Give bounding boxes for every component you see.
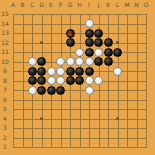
white-stone-H11 <box>75 48 84 57</box>
black-stone-C8 <box>28 76 37 85</box>
star-point-L12 <box>116 41 119 44</box>
black-stone-C9 <box>28 67 37 76</box>
star-point-L4 <box>116 117 119 120</box>
black-stone-D10 <box>37 57 46 66</box>
black-stone-G8 <box>66 76 75 85</box>
col-label-L: L <box>113 1 123 9</box>
black-stone-I9 <box>85 67 94 76</box>
black-stone-E7 <box>47 86 56 95</box>
black-stone-F7 <box>56 86 65 95</box>
white-stone-G10 <box>66 57 75 66</box>
black-stone-D9 <box>37 67 46 76</box>
white-stone-F8 <box>56 76 65 85</box>
row-label-6: 6 <box>0 96 10 104</box>
col-label-O: O <box>141 1 151 9</box>
black-stone-K10 <box>104 57 113 66</box>
white-stone-E9 <box>47 67 56 76</box>
black-stone-H9 <box>75 67 84 76</box>
col-label-J: J <box>94 1 104 9</box>
last-move-triangle-icon <box>67 31 73 36</box>
black-stone-I12 <box>85 38 94 47</box>
black-stone-I13 <box>85 29 94 38</box>
black-stone-D8 <box>37 76 46 85</box>
white-stone-L9 <box>113 67 122 76</box>
row-label-13: 13 <box>0 29 10 37</box>
white-stone-F10 <box>56 57 65 66</box>
row-label-9: 9 <box>0 67 10 75</box>
col-label-I: I <box>84 1 94 9</box>
col-label-A: A <box>8 1 18 9</box>
white-stone-I10 <box>85 57 94 66</box>
row-label-10: 10 <box>0 58 10 66</box>
goban[interactable]: ABCDEFGHIJKLMNO 151413121110987654321 <box>0 0 155 155</box>
row-label-11: 11 <box>0 48 10 56</box>
col-label-H: H <box>75 1 85 9</box>
black-stone-J13 <box>94 29 103 38</box>
col-label-N: N <box>132 1 142 9</box>
row-label-14: 14 <box>0 20 10 28</box>
row-label-1: 1 <box>0 143 10 151</box>
black-stone-G12 <box>66 38 75 47</box>
white-stone-I7 <box>85 86 94 95</box>
white-stone-J8 <box>94 76 103 85</box>
star-point-D4 <box>40 117 43 120</box>
black-stone-H8 <box>75 76 84 85</box>
white-stone-E8 <box>47 76 56 85</box>
col-label-K: K <box>103 1 113 9</box>
row-label-7: 7 <box>0 86 10 94</box>
white-stone-F9 <box>56 67 65 76</box>
white-stone-H10 <box>75 57 84 66</box>
row-label-2: 2 <box>0 134 10 142</box>
row-label-5: 5 <box>0 105 10 113</box>
row-label-15: 15 <box>0 10 10 18</box>
black-stone-K12 <box>104 38 113 47</box>
black-stone-I11 <box>85 48 94 57</box>
white-stone-I14 <box>85 19 94 28</box>
star-point-D12 <box>40 41 43 44</box>
col-label-C: C <box>27 1 37 9</box>
white-stone-C10 <box>28 57 37 66</box>
black-stone-G9 <box>66 67 75 76</box>
col-label-D: D <box>37 1 47 9</box>
black-stone-K11 <box>104 48 113 57</box>
black-stone-J10 <box>94 57 103 66</box>
row-label-3: 3 <box>0 124 10 132</box>
col-label-G: G <box>65 1 75 9</box>
black-stone-L11 <box>113 48 122 57</box>
col-label-F: F <box>56 1 66 9</box>
col-label-M: M <box>122 1 132 9</box>
white-stone-C7 <box>28 86 37 95</box>
col-label-B: B <box>18 1 28 9</box>
row-label-4: 4 <box>0 115 10 123</box>
row-label-12: 12 <box>0 39 10 47</box>
black-stone-D7 <box>37 86 46 95</box>
white-stone-I8 <box>85 76 94 85</box>
black-stone-J12 <box>94 38 103 47</box>
white-stone-J11 <box>94 48 103 57</box>
row-label-8: 8 <box>0 77 10 85</box>
col-label-E: E <box>46 1 56 9</box>
